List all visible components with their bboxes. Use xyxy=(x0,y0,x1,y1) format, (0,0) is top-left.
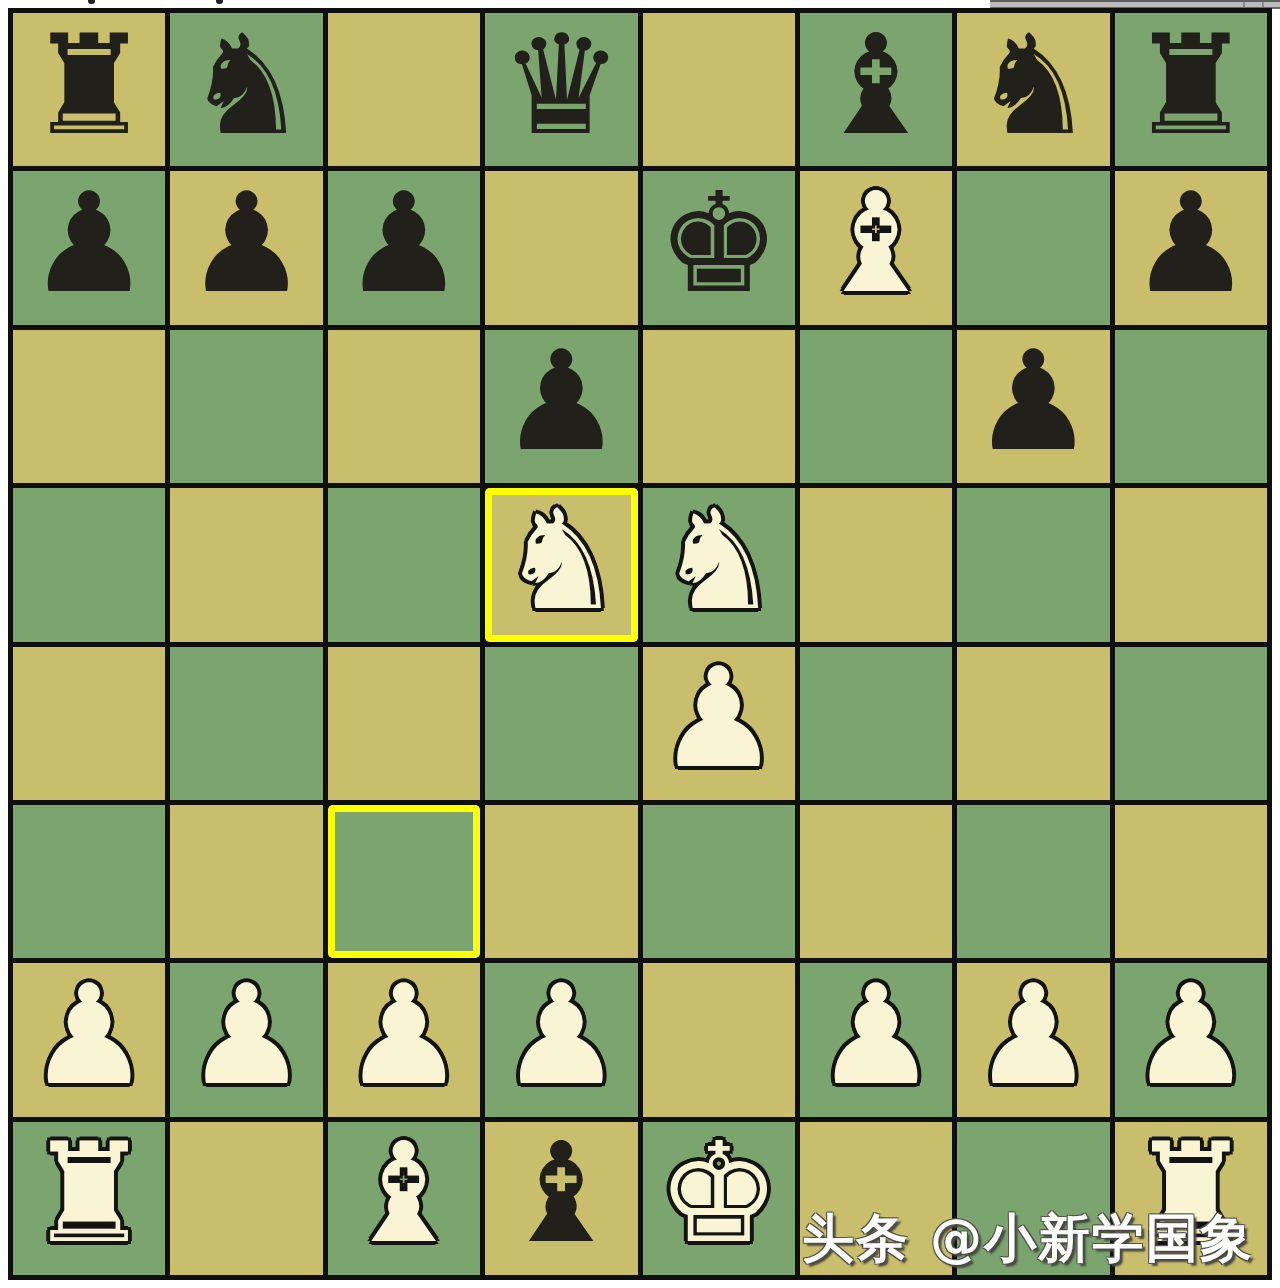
square-g8[interactable]: ♞ xyxy=(957,13,1109,166)
white-pawn-piece[interactable]: ♟ xyxy=(814,967,938,1105)
black-king-piece[interactable]: ♚ xyxy=(657,175,781,313)
white-pawn-piece[interactable]: ♟ xyxy=(185,967,309,1105)
black-bishop-piece[interactable]: ♝ xyxy=(499,1125,623,1263)
square-c4[interactable] xyxy=(328,647,480,800)
white-pawn-piece[interactable]: ♟ xyxy=(1129,967,1253,1105)
white-pawn-piece[interactable]: ♟ xyxy=(27,967,151,1105)
artifact-dot xyxy=(216,0,223,4)
square-e8[interactable] xyxy=(643,13,795,166)
square-g7[interactable] xyxy=(957,171,1109,324)
square-d3[interactable] xyxy=(485,805,637,958)
square-h7[interactable]: ♟ xyxy=(1115,171,1267,324)
square-a8[interactable]: ♜ xyxy=(13,13,165,166)
square-g3[interactable] xyxy=(957,805,1109,958)
square-g5[interactable] xyxy=(957,488,1109,641)
square-b6[interactable] xyxy=(170,330,322,483)
square-b2[interactable]: ♟ xyxy=(170,963,322,1116)
square-g4[interactable] xyxy=(957,647,1109,800)
black-pawn-piece[interactable]: ♟ xyxy=(1129,175,1253,313)
square-a6[interactable] xyxy=(13,330,165,483)
square-d5[interactable]: ♞ xyxy=(485,488,637,641)
square-c5[interactable] xyxy=(328,488,480,641)
square-a4[interactable] xyxy=(13,647,165,800)
white-bishop-piece[interactable]: ♝ xyxy=(342,1125,466,1263)
square-g6[interactable]: ♟ xyxy=(957,330,1109,483)
white-king-piece[interactable]: ♚ xyxy=(657,1125,781,1263)
square-a3[interactable] xyxy=(13,805,165,958)
artifact-dot xyxy=(88,0,95,4)
square-a1[interactable]: ♜ xyxy=(13,1122,165,1275)
square-f5[interactable] xyxy=(800,488,952,641)
square-f7[interactable]: ♝ xyxy=(800,171,952,324)
black-knight-piece[interactable]: ♞ xyxy=(972,17,1096,155)
white-pawn-piece[interactable]: ♟ xyxy=(342,967,466,1105)
square-d7[interactable] xyxy=(485,171,637,324)
square-e5[interactable]: ♞ xyxy=(643,488,795,641)
square-d2[interactable]: ♟ xyxy=(485,963,637,1116)
square-e2[interactable] xyxy=(643,963,795,1116)
chess-board: ♜♞♛♝♞♜♟♟♟♚♝♟♟♟♞♞♟♟♟♟♟♟♟♟♜♝♝♚♜ xyxy=(8,8,1272,1280)
white-pawn-piece[interactable]: ♟ xyxy=(972,967,1096,1105)
square-d1[interactable]: ♝ xyxy=(485,1122,637,1275)
square-h5[interactable] xyxy=(1115,488,1267,641)
square-b1[interactable] xyxy=(170,1122,322,1275)
white-pawn-piece[interactable]: ♟ xyxy=(657,650,781,788)
square-f2[interactable]: ♟ xyxy=(800,963,952,1116)
square-d4[interactable] xyxy=(485,647,637,800)
square-h6[interactable] xyxy=(1115,330,1267,483)
square-e3[interactable] xyxy=(643,805,795,958)
watermark: 头条 @小新学国象 xyxy=(802,1204,1254,1274)
square-b7[interactable]: ♟ xyxy=(170,171,322,324)
square-a2[interactable]: ♟ xyxy=(13,963,165,1116)
square-b5[interactable] xyxy=(170,488,322,641)
square-g2[interactable]: ♟ xyxy=(957,963,1109,1116)
square-c7[interactable]: ♟ xyxy=(328,171,480,324)
square-d6[interactable]: ♟ xyxy=(485,330,637,483)
black-pawn-piece[interactable]: ♟ xyxy=(27,175,151,313)
square-c8[interactable] xyxy=(328,13,480,166)
black-pawn-piece[interactable]: ♟ xyxy=(342,175,466,313)
square-f8[interactable]: ♝ xyxy=(800,13,952,166)
square-e7[interactable]: ♚ xyxy=(643,171,795,324)
square-h8[interactable]: ♜ xyxy=(1115,13,1267,166)
black-queen-piece[interactable]: ♛ xyxy=(499,17,623,155)
black-knight-piece[interactable]: ♞ xyxy=(185,17,309,155)
black-pawn-piece[interactable]: ♟ xyxy=(185,175,309,313)
square-a7[interactable]: ♟ xyxy=(13,171,165,324)
square-e4[interactable]: ♟ xyxy=(643,647,795,800)
square-h4[interactable] xyxy=(1115,647,1267,800)
white-knight-piece[interactable]: ♞ xyxy=(499,492,623,630)
square-h2[interactable]: ♟ xyxy=(1115,963,1267,1116)
square-a5[interactable] xyxy=(13,488,165,641)
square-b4[interactable] xyxy=(170,647,322,800)
black-rook-piece[interactable]: ♜ xyxy=(1129,17,1253,155)
square-c6[interactable] xyxy=(328,330,480,483)
white-bishop-piece[interactable]: ♝ xyxy=(814,175,938,313)
white-knight-piece[interactable]: ♞ xyxy=(657,492,781,630)
white-rook-piece[interactable]: ♜ xyxy=(27,1125,151,1263)
black-pawn-piece[interactable]: ♟ xyxy=(972,333,1096,471)
square-c3[interactable] xyxy=(328,805,480,958)
black-pawn-piece[interactable]: ♟ xyxy=(499,333,623,471)
square-e1[interactable]: ♚ xyxy=(643,1122,795,1275)
square-f4[interactable] xyxy=(800,647,952,800)
square-b8[interactable]: ♞ xyxy=(170,13,322,166)
white-pawn-piece[interactable]: ♟ xyxy=(499,967,623,1105)
square-b3[interactable] xyxy=(170,805,322,958)
square-f6[interactable] xyxy=(800,330,952,483)
black-rook-piece[interactable]: ♜ xyxy=(27,17,151,155)
square-e6[interactable] xyxy=(643,330,795,483)
square-h3[interactable] xyxy=(1115,805,1267,958)
scrollbar-notch xyxy=(1262,2,1264,7)
square-d8[interactable]: ♛ xyxy=(485,13,637,166)
square-c1[interactable]: ♝ xyxy=(328,1122,480,1275)
square-f3[interactable] xyxy=(800,805,952,958)
square-c2[interactable]: ♟ xyxy=(328,963,480,1116)
black-bishop-piece[interactable]: ♝ xyxy=(814,17,938,155)
